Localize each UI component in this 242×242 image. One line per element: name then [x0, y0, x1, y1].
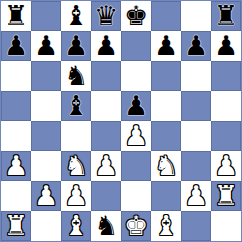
- square-a8[interactable]: ♜: [1, 1, 31, 31]
- square-h4[interactable]: [211, 121, 241, 151]
- piece-white-king[interactable]: ♚: [124, 211, 148, 241]
- square-g4[interactable]: [181, 121, 211, 151]
- piece-black-bishop[interactable]: ♝: [64, 1, 88, 31]
- square-b7[interactable]: ♟: [31, 31, 61, 61]
- square-d8[interactable]: ♛: [91, 1, 121, 31]
- square-f3[interactable]: ♞: [151, 151, 181, 181]
- square-d7[interactable]: ♟: [91, 31, 121, 61]
- piece-white-rook[interactable]: ♜: [4, 211, 28, 241]
- square-a5[interactable]: [1, 91, 31, 121]
- piece-white-pawn[interactable]: ♟: [4, 151, 28, 181]
- square-g2[interactable]: ♟: [181, 181, 211, 211]
- piece-black-pawn[interactable]: ♟: [214, 31, 238, 61]
- piece-white-knight[interactable]: ♞: [154, 151, 178, 181]
- square-h5[interactable]: [211, 91, 241, 121]
- piece-white-pawn[interactable]: ♟: [214, 151, 238, 181]
- piece-black-rook[interactable]: ♜: [214, 1, 238, 31]
- square-h1[interactable]: [211, 211, 241, 241]
- square-g8[interactable]: [181, 1, 211, 31]
- square-h7[interactable]: ♟: [211, 31, 241, 61]
- square-a1[interactable]: ♜: [1, 211, 31, 241]
- square-d5[interactable]: [91, 91, 121, 121]
- square-h2[interactable]: ♜: [211, 181, 241, 211]
- piece-black-knight[interactable]: ♞: [94, 211, 118, 241]
- piece-black-pawn[interactable]: ♟: [94, 31, 118, 61]
- square-c7[interactable]: ♟: [61, 31, 91, 61]
- piece-white-bishop[interactable]: ♝: [64, 211, 88, 241]
- square-c8[interactable]: ♝: [61, 1, 91, 31]
- piece-white-bishop[interactable]: ♝: [154, 211, 178, 241]
- square-d4[interactable]: [91, 121, 121, 151]
- square-f4[interactable]: [151, 121, 181, 151]
- square-b2[interactable]: ♟: [31, 181, 61, 211]
- square-a7[interactable]: ♟: [1, 31, 31, 61]
- piece-black-pawn[interactable]: ♟: [184, 31, 208, 61]
- square-h3[interactable]: ♟: [211, 151, 241, 181]
- square-f6[interactable]: [151, 61, 181, 91]
- square-e2[interactable]: [121, 181, 151, 211]
- piece-black-pawn[interactable]: ♟: [154, 31, 178, 61]
- square-f2[interactable]: [151, 181, 181, 211]
- square-c6[interactable]: ♞: [61, 61, 91, 91]
- square-b8[interactable]: [31, 1, 61, 31]
- square-c2[interactable]: ♟: [61, 181, 91, 211]
- square-f8[interactable]: [151, 1, 181, 31]
- square-f7[interactable]: ♟: [151, 31, 181, 61]
- square-d2[interactable]: [91, 181, 121, 211]
- piece-white-knight[interactable]: ♞: [64, 151, 88, 181]
- square-e8[interactable]: ♚: [121, 1, 151, 31]
- square-e5[interactable]: ♟: [121, 91, 151, 121]
- piece-black-rook[interactable]: ♜: [4, 1, 28, 31]
- piece-white-pawn[interactable]: ♟: [94, 151, 118, 181]
- square-c3[interactable]: ♞: [61, 151, 91, 181]
- square-e4[interactable]: ♟: [121, 121, 151, 151]
- square-b3[interactable]: [31, 151, 61, 181]
- square-c1[interactable]: ♝: [61, 211, 91, 241]
- piece-black-pawn[interactable]: ♟: [64, 31, 88, 61]
- square-a3[interactable]: ♟: [1, 151, 31, 181]
- square-b6[interactable]: [31, 61, 61, 91]
- square-g6[interactable]: [181, 61, 211, 91]
- piece-white-pawn[interactable]: ♟: [34, 181, 58, 211]
- square-e3[interactable]: [121, 151, 151, 181]
- square-f5[interactable]: [151, 91, 181, 121]
- piece-white-pawn[interactable]: ♟: [124, 121, 148, 151]
- square-d3[interactable]: ♟: [91, 151, 121, 181]
- piece-black-king[interactable]: ♚: [124, 1, 148, 31]
- square-f1[interactable]: ♝: [151, 211, 181, 241]
- square-d6[interactable]: [91, 61, 121, 91]
- square-a2[interactable]: [1, 181, 31, 211]
- square-b1[interactable]: [31, 211, 61, 241]
- square-e1[interactable]: ♚: [121, 211, 151, 241]
- square-h8[interactable]: ♜: [211, 1, 241, 31]
- piece-black-pawn[interactable]: ♟: [124, 91, 148, 121]
- piece-white-pawn[interactable]: ♟: [184, 181, 208, 211]
- square-e6[interactable]: [121, 61, 151, 91]
- square-g3[interactable]: [181, 151, 211, 181]
- piece-white-pawn[interactable]: ♟: [64, 181, 88, 211]
- square-d1[interactable]: ♞: [91, 211, 121, 241]
- square-a4[interactable]: [1, 121, 31, 151]
- square-h6[interactable]: [211, 61, 241, 91]
- square-b5[interactable]: [31, 91, 61, 121]
- piece-black-pawn[interactable]: ♟: [34, 31, 58, 61]
- chess-board: ♜♝♛♚♜♟♟♟♟♟♟♟♞♝♟♟♟♞♟♞♟♟♟♟♜♜♝♞♚♝: [0, 0, 242, 242]
- piece-black-bishop[interactable]: ♝: [64, 91, 88, 121]
- piece-black-queen[interactable]: ♛: [94, 1, 118, 31]
- square-e7[interactable]: [121, 31, 151, 61]
- square-g5[interactable]: [181, 91, 211, 121]
- piece-black-pawn[interactable]: ♟: [4, 31, 28, 61]
- piece-white-rook[interactable]: ♜: [214, 181, 238, 211]
- square-a6[interactable]: [1, 61, 31, 91]
- square-g7[interactable]: ♟: [181, 31, 211, 61]
- square-c4[interactable]: [61, 121, 91, 151]
- square-b4[interactable]: [31, 121, 61, 151]
- square-c5[interactable]: ♝: [61, 91, 91, 121]
- piece-black-knight[interactable]: ♞: [64, 61, 88, 91]
- square-g1[interactable]: [181, 211, 211, 241]
